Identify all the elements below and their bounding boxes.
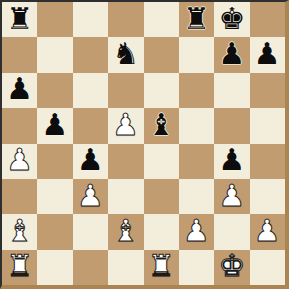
square-d3[interactable] bbox=[108, 179, 143, 214]
square-g1[interactable]: ♚ bbox=[214, 250, 249, 285]
chess-board: ♜♜♚♞♟♟♟♟♟♝♟♟♟♟♟♝♝♟♟♜♜♚ bbox=[0, 0, 289, 289]
piece-black-knight[interactable]: ♞ bbox=[112, 39, 139, 69]
square-b8[interactable] bbox=[37, 2, 72, 37]
square-f2[interactable]: ♟ bbox=[179, 214, 214, 249]
square-c8[interactable] bbox=[73, 2, 108, 37]
square-a3[interactable] bbox=[2, 179, 37, 214]
square-c2[interactable] bbox=[73, 214, 108, 249]
square-h4[interactable] bbox=[250, 144, 285, 179]
square-d8[interactable] bbox=[108, 2, 143, 37]
square-e3[interactable] bbox=[144, 179, 179, 214]
square-d2[interactable]: ♝ bbox=[108, 214, 143, 249]
square-c1[interactable] bbox=[73, 250, 108, 285]
square-f5[interactable] bbox=[179, 108, 214, 143]
square-e4[interactable] bbox=[144, 144, 179, 179]
square-e6[interactable] bbox=[144, 73, 179, 108]
square-a6[interactable]: ♟ bbox=[2, 73, 37, 108]
square-g6[interactable] bbox=[214, 73, 249, 108]
piece-black-rook[interactable]: ♜ bbox=[6, 4, 33, 34]
piece-white-king[interactable]: ♚ bbox=[218, 251, 245, 281]
square-f7[interactable] bbox=[179, 37, 214, 72]
piece-white-pawn[interactable]: ♟ bbox=[254, 216, 281, 246]
square-d7[interactable]: ♞ bbox=[108, 37, 143, 72]
square-b2[interactable] bbox=[37, 214, 72, 249]
square-b6[interactable] bbox=[37, 73, 72, 108]
square-b1[interactable] bbox=[37, 250, 72, 285]
square-e5[interactable]: ♝ bbox=[144, 108, 179, 143]
piece-white-pawn[interactable]: ♟ bbox=[112, 110, 139, 140]
square-h2[interactable]: ♟ bbox=[250, 214, 285, 249]
square-a8[interactable]: ♜ bbox=[2, 2, 37, 37]
square-a5[interactable] bbox=[2, 108, 37, 143]
square-g5[interactable] bbox=[214, 108, 249, 143]
square-c4[interactable]: ♟ bbox=[73, 144, 108, 179]
square-f8[interactable]: ♜ bbox=[179, 2, 214, 37]
square-d5[interactable]: ♟ bbox=[108, 108, 143, 143]
square-h1[interactable] bbox=[250, 250, 285, 285]
piece-white-pawn[interactable]: ♟ bbox=[6, 145, 33, 175]
piece-black-pawn[interactable]: ♟ bbox=[218, 145, 245, 175]
square-c7[interactable] bbox=[73, 37, 108, 72]
square-a1[interactable]: ♜ bbox=[2, 250, 37, 285]
square-d6[interactable] bbox=[108, 73, 143, 108]
square-e2[interactable] bbox=[144, 214, 179, 249]
square-a4[interactable]: ♟ bbox=[2, 144, 37, 179]
square-f6[interactable] bbox=[179, 73, 214, 108]
piece-black-pawn[interactable]: ♟ bbox=[6, 74, 33, 104]
square-g3[interactable]: ♟ bbox=[214, 179, 249, 214]
square-e8[interactable] bbox=[144, 2, 179, 37]
square-a2[interactable]: ♝ bbox=[2, 214, 37, 249]
piece-black-king[interactable]: ♚ bbox=[218, 4, 245, 34]
square-f4[interactable] bbox=[179, 144, 214, 179]
piece-white-rook[interactable]: ♜ bbox=[6, 251, 33, 281]
square-e7[interactable] bbox=[144, 37, 179, 72]
square-h5[interactable] bbox=[250, 108, 285, 143]
square-f3[interactable] bbox=[179, 179, 214, 214]
square-d4[interactable] bbox=[108, 144, 143, 179]
square-e1[interactable]: ♜ bbox=[144, 250, 179, 285]
square-g7[interactable]: ♟ bbox=[214, 37, 249, 72]
piece-white-pawn[interactable]: ♟ bbox=[218, 181, 245, 211]
piece-black-bishop[interactable]: ♝ bbox=[148, 110, 175, 140]
square-b5[interactable]: ♟ bbox=[37, 108, 72, 143]
square-d1[interactable] bbox=[108, 250, 143, 285]
square-c6[interactable] bbox=[73, 73, 108, 108]
piece-white-bishop[interactable]: ♝ bbox=[6, 216, 33, 246]
square-c5[interactable] bbox=[73, 108, 108, 143]
piece-white-pawn[interactable]: ♟ bbox=[183, 216, 210, 246]
square-h6[interactable] bbox=[250, 73, 285, 108]
square-a7[interactable] bbox=[2, 37, 37, 72]
piece-black-pawn[interactable]: ♟ bbox=[42, 110, 69, 140]
square-b3[interactable] bbox=[37, 179, 72, 214]
square-h8[interactable] bbox=[250, 2, 285, 37]
piece-white-pawn[interactable]: ♟ bbox=[77, 181, 104, 211]
piece-white-rook[interactable]: ♜ bbox=[148, 251, 175, 281]
piece-white-bishop[interactable]: ♝ bbox=[112, 216, 139, 246]
piece-black-rook[interactable]: ♜ bbox=[183, 4, 210, 34]
piece-black-pawn[interactable]: ♟ bbox=[218, 39, 245, 69]
piece-black-pawn[interactable]: ♟ bbox=[254, 39, 281, 69]
square-g8[interactable]: ♚ bbox=[214, 2, 249, 37]
square-c3[interactable]: ♟ bbox=[73, 179, 108, 214]
square-h3[interactable] bbox=[250, 179, 285, 214]
square-b4[interactable] bbox=[37, 144, 72, 179]
square-f1[interactable] bbox=[179, 250, 214, 285]
square-h7[interactable]: ♟ bbox=[250, 37, 285, 72]
square-g2[interactable] bbox=[214, 214, 249, 249]
square-g4[interactable]: ♟ bbox=[214, 144, 249, 179]
square-b7[interactable] bbox=[37, 37, 72, 72]
piece-black-pawn[interactable]: ♟ bbox=[77, 145, 104, 175]
